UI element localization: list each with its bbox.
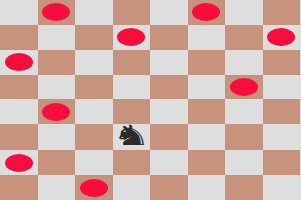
square-a8[interactable] [0, 0, 38, 25]
square-a7[interactable] [0, 25, 38, 50]
square-f2[interactable] [188, 150, 226, 175]
square-h3[interactable] [263, 124, 301, 150]
red-dot-b4[interactable] [42, 103, 70, 121]
red-dot-d7[interactable] [117, 28, 145, 46]
square-h5[interactable] [263, 75, 301, 100]
square-b1[interactable] [38, 175, 76, 200]
square-c6[interactable] [75, 50, 113, 75]
square-d2[interactable] [113, 150, 151, 175]
square-b6[interactable] [38, 50, 76, 75]
square-a4[interactable] [0, 99, 38, 124]
square-d5[interactable] [113, 75, 151, 100]
square-h1[interactable] [263, 175, 301, 200]
square-e8[interactable] [150, 0, 188, 25]
square-c2[interactable] [75, 150, 113, 175]
square-a5[interactable] [0, 75, 38, 100]
red-dot-h7[interactable] [267, 28, 295, 46]
red-dot-a2[interactable] [5, 154, 33, 172]
square-h2[interactable] [263, 150, 301, 175]
square-h8[interactable] [263, 0, 301, 25]
square-d3[interactable]: ♞ [113, 124, 151, 150]
square-b2[interactable] [38, 150, 76, 175]
square-d6[interactable] [113, 50, 151, 75]
square-b8[interactable] [38, 0, 76, 25]
red-dot-a6[interactable] [5, 53, 33, 71]
square-f1[interactable] [188, 175, 226, 200]
square-c1[interactable] [75, 175, 113, 200]
square-b3[interactable] [38, 124, 76, 150]
square-f3[interactable] [188, 124, 226, 150]
square-c8[interactable] [75, 0, 113, 25]
square-f6[interactable] [188, 50, 226, 75]
black-knight-d3[interactable]: ♞ [112, 122, 151, 150]
square-d8[interactable] [113, 0, 151, 25]
square-e3[interactable] [150, 124, 188, 150]
square-a6[interactable] [0, 50, 38, 75]
square-g4[interactable] [225, 99, 263, 124]
square-g3[interactable] [225, 124, 263, 150]
square-e2[interactable] [150, 150, 188, 175]
square-a3[interactable] [0, 124, 38, 150]
square-e4[interactable] [150, 99, 188, 124]
square-e5[interactable] [150, 75, 188, 100]
square-c4[interactable] [75, 99, 113, 124]
square-c3[interactable] [75, 124, 113, 150]
square-b5[interactable] [38, 75, 76, 100]
red-dot-b8[interactable] [42, 3, 70, 21]
square-h6[interactable] [263, 50, 301, 75]
red-dot-f8[interactable] [192, 3, 220, 21]
square-g2[interactable] [225, 150, 263, 175]
square-d7[interactable] [113, 25, 151, 50]
square-b4[interactable] [38, 99, 76, 124]
square-f4[interactable] [188, 99, 226, 124]
square-b7[interactable] [38, 25, 76, 50]
square-c5[interactable] [75, 75, 113, 100]
game-board: ♞ [0, 0, 300, 200]
red-dot-c1[interactable] [80, 179, 108, 197]
square-f5[interactable] [188, 75, 226, 100]
square-e6[interactable] [150, 50, 188, 75]
square-e1[interactable] [150, 175, 188, 200]
square-g5[interactable] [225, 75, 263, 100]
square-h4[interactable] [263, 99, 301, 124]
square-d1[interactable] [113, 175, 151, 200]
square-e7[interactable] [150, 25, 188, 50]
square-c7[interactable] [75, 25, 113, 50]
red-dot-g5[interactable] [230, 78, 258, 96]
square-h7[interactable] [263, 25, 301, 50]
square-a1[interactable] [0, 175, 38, 200]
square-g1[interactable] [225, 175, 263, 200]
square-a2[interactable] [0, 150, 38, 175]
square-g6[interactable] [225, 50, 263, 75]
square-f8[interactable] [188, 0, 226, 25]
square-f7[interactable] [188, 25, 226, 50]
square-g7[interactable] [225, 25, 263, 50]
square-g8[interactable] [225, 0, 263, 25]
